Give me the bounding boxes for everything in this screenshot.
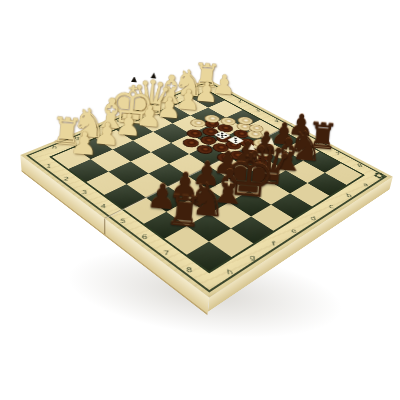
chess-board: 12345678 12345678 abcdefgh abcdefgh ✿ ♜♟… — [20, 79, 392, 297]
scene-tilt: 12345678 12345678 abcdefgh abcdefgh ✿ ♜♟… — [0, 0, 400, 400]
finial-tip: ▲ — [131, 75, 137, 83]
coordinate-label: 8 — [356, 163, 363, 167]
product-photo-background: 12345678 12345678 abcdefgh abcdefgh ✿ ♜♟… — [0, 0, 400, 400]
edge-fold-seam — [104, 218, 105, 235]
black-rook-glyph: ♜ — [147, 174, 222, 247]
white-pawn-glyph: ♟ — [51, 110, 118, 175]
finial-tip: ▲ — [248, 142, 255, 151]
coordinate-label: 8 — [185, 267, 192, 274]
piece-black-rook-h7[interactable]: ♜ — [147, 174, 222, 247]
piece-white-pawn-h2[interactable]: ♟ — [51, 110, 118, 175]
